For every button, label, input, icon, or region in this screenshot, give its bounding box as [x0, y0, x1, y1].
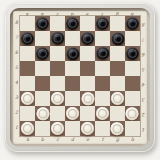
square-c5[interactable] — [50, 61, 65, 76]
square-h7[interactable] — [125, 31, 140, 46]
square-e8[interactable] — [80, 16, 95, 31]
piece-black-man-d8[interactable] — [66, 17, 79, 30]
square-h4[interactable] — [125, 76, 140, 91]
square-f4[interactable] — [95, 76, 110, 91]
rank-label-right-8: 8 — [140, 16, 147, 31]
file-label-bottom-h: h — [125, 137, 140, 144]
square-f6[interactable] — [95, 46, 110, 61]
rank-label-left-2: 2 — [13, 106, 20, 121]
piece-black-man-h8[interactable] — [126, 17, 139, 30]
square-e4[interactable] — [80, 76, 95, 91]
rank-label-left-1: 1 — [13, 121, 20, 136]
square-g4[interactable] — [110, 76, 125, 91]
piece-white-man-b2[interactable] — [37, 107, 50, 120]
rank-label-right-6: 6 — [140, 46, 147, 61]
square-c6[interactable] — [50, 46, 65, 61]
file-label-bottom-b: b — [35, 137, 50, 144]
square-f1[interactable] — [95, 121, 110, 136]
rank-label-right-5: 5 — [140, 61, 147, 76]
square-h8[interactable] — [125, 16, 140, 31]
photo-background: abcdefgh abcdefgh 87654321 87654321 — [0, 0, 160, 160]
rank-label-right-7: 7 — [140, 31, 147, 46]
square-a4[interactable] — [20, 76, 35, 91]
square-b5[interactable] — [35, 61, 50, 76]
piece-black-man-b6[interactable] — [36, 47, 49, 60]
piece-black-man-c7[interactable] — [51, 32, 64, 45]
square-f5[interactable] — [95, 61, 110, 76]
rank-labels-right: 87654321 — [140, 16, 147, 136]
square-b7[interactable] — [35, 31, 50, 46]
square-d5[interactable] — [65, 61, 80, 76]
square-h2[interactable] — [125, 106, 140, 121]
square-h6[interactable] — [125, 46, 140, 61]
rank-labels-left: 87654321 — [13, 16, 20, 136]
square-a3[interactable] — [20, 91, 35, 106]
piece-white-man-g3[interactable] — [111, 92, 124, 105]
square-c4[interactable] — [50, 76, 65, 91]
square-g3[interactable] — [110, 91, 125, 106]
file-label-bottom-f: f — [95, 137, 110, 144]
piece-white-man-a1[interactable] — [21, 122, 34, 135]
piece-white-man-c1[interactable] — [51, 122, 64, 135]
game-tin: abcdefgh abcdefgh 87654321 87654321 — [5, 3, 155, 152]
square-g8[interactable] — [110, 16, 125, 31]
square-f8[interactable] — [95, 16, 110, 31]
file-label-bottom-g: g — [110, 137, 125, 144]
square-d2[interactable] — [65, 106, 80, 121]
square-d8[interactable] — [65, 16, 80, 31]
piece-white-man-h2[interactable] — [126, 107, 139, 120]
square-b4[interactable] — [35, 76, 50, 91]
square-b2[interactable] — [35, 106, 50, 121]
square-c7[interactable] — [50, 31, 65, 46]
square-a1[interactable] — [20, 121, 35, 136]
square-b1[interactable] — [35, 121, 50, 136]
tin-recess-wall: abcdefgh abcdefgh 87654321 87654321 — [10, 8, 150, 147]
square-e5[interactable] — [80, 61, 95, 76]
square-c8[interactable] — [50, 16, 65, 31]
square-g1[interactable] — [110, 121, 125, 136]
rank-label-right-4: 4 — [140, 76, 147, 91]
checkers-board: abcdefgh abcdefgh 87654321 87654321 — [13, 11, 147, 144]
square-b8[interactable] — [35, 16, 50, 31]
square-g2[interactable] — [110, 106, 125, 121]
rank-label-right-1: 1 — [140, 121, 147, 136]
piece-white-man-e3[interactable] — [82, 92, 95, 105]
square-a7[interactable] — [20, 31, 35, 46]
board-grid — [20, 16, 140, 136]
rank-label-left-4: 4 — [13, 76, 20, 91]
square-e7[interactable] — [80, 31, 95, 46]
piece-white-man-g1[interactable] — [111, 122, 124, 135]
rank-label-right-2: 2 — [140, 106, 147, 121]
square-a8[interactable] — [20, 16, 35, 31]
square-f7[interactable] — [95, 31, 110, 46]
square-a5[interactable] — [20, 61, 35, 76]
piece-white-man-e1[interactable] — [81, 122, 94, 135]
square-b6[interactable] — [35, 46, 50, 61]
square-d7[interactable] — [65, 31, 80, 46]
piece-black-man-b8[interactable] — [36, 17, 49, 30]
rank-label-left-7: 7 — [13, 31, 20, 46]
square-h5[interactable] — [125, 61, 140, 76]
piece-black-man-a7[interactable] — [21, 32, 34, 45]
square-e6[interactable] — [80, 46, 95, 61]
square-d4[interactable] — [65, 76, 80, 91]
piece-white-man-c3[interactable] — [51, 92, 64, 105]
square-c1[interactable] — [50, 121, 65, 136]
square-e3[interactable] — [80, 91, 95, 106]
square-g6[interactable] — [110, 46, 125, 61]
square-f2[interactable] — [95, 106, 110, 121]
rank-label-left-8: 8 — [13, 16, 20, 31]
square-c3[interactable] — [50, 91, 65, 106]
piece-black-man-f6[interactable] — [96, 47, 109, 60]
piece-white-man-d2[interactable] — [66, 107, 79, 120]
file-label-bottom-d: d — [65, 137, 80, 144]
square-b3[interactable] — [35, 91, 50, 106]
piece-black-man-f8[interactable] — [96, 17, 109, 30]
rank-label-right-3: 3 — [140, 91, 147, 106]
file-labels-bottom: abcdefgh — [20, 137, 140, 144]
piece-black-man-g7[interactable] — [112, 32, 125, 45]
square-d3[interactable] — [65, 91, 80, 106]
rank-label-left-5: 5 — [13, 61, 20, 76]
piece-white-man-f2[interactable] — [96, 107, 109, 120]
square-c2[interactable] — [50, 106, 65, 121]
piece-black-man-h6[interactable] — [126, 47, 139, 60]
square-e1[interactable] — [80, 121, 95, 136]
piece-white-man-a3[interactable] — [21, 92, 34, 105]
square-g5[interactable] — [110, 61, 125, 76]
square-d1[interactable] — [65, 121, 80, 136]
square-d6[interactable] — [65, 46, 80, 61]
rank-label-left-6: 6 — [13, 46, 20, 61]
rank-label-left-3: 3 — [13, 91, 20, 106]
square-f3[interactable] — [95, 91, 110, 106]
square-e2[interactable] — [80, 106, 95, 121]
square-h3[interactable] — [125, 91, 140, 106]
square-a2[interactable] — [20, 106, 35, 121]
square-h1[interactable] — [125, 121, 140, 136]
square-g7[interactable] — [110, 31, 125, 46]
file-label-bottom-a: a — [20, 137, 35, 144]
file-label-bottom-c: c — [50, 137, 65, 144]
file-label-bottom-e: e — [80, 137, 95, 144]
piece-black-man-e7[interactable] — [81, 32, 94, 45]
square-a6[interactable] — [20, 46, 35, 61]
piece-black-man-d6[interactable] — [67, 47, 80, 60]
